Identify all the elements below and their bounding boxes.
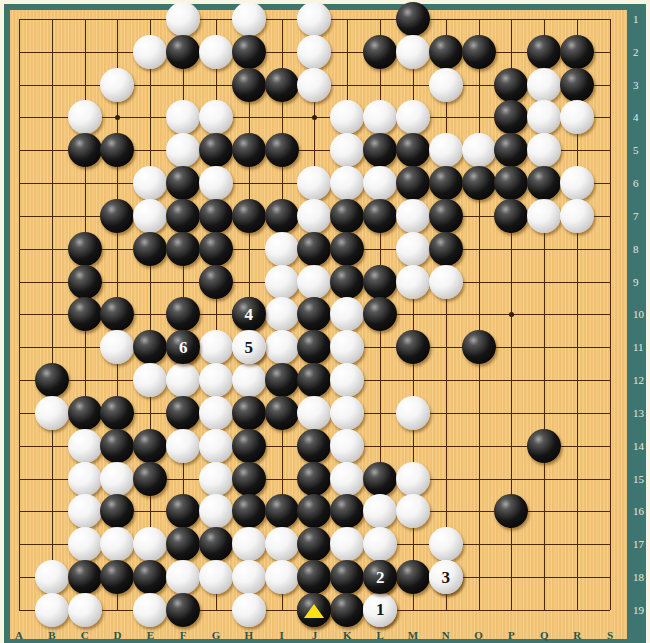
column-label: B: [48, 629, 55, 641]
white-stone: [166, 2, 200, 36]
white-stone: [199, 166, 233, 200]
column-label: S: [607, 629, 613, 641]
white-stone: [527, 68, 561, 102]
white-stone: [363, 100, 397, 134]
black-stone: [494, 199, 528, 233]
white-stone: [100, 68, 134, 102]
black-stone: [429, 166, 463, 200]
white-stone: [462, 133, 496, 167]
white-stone: [100, 527, 134, 561]
black-stone: [429, 232, 463, 266]
white-stone: [68, 462, 102, 496]
go-game-screenshot: 123456 ABCDEFGHIJKLMNOPQRS12345678910111…: [0, 0, 650, 643]
white-stone: [265, 560, 299, 594]
black-stone: [396, 166, 430, 200]
black-stone: [265, 133, 299, 167]
move-number-stone: 6: [166, 330, 200, 364]
black-stone: [166, 297, 200, 331]
black-stone: [396, 560, 430, 594]
white-stone: [330, 527, 364, 561]
black-stone: [363, 462, 397, 496]
row-label: 16: [633, 505, 644, 517]
white-stone: [199, 363, 233, 397]
row-label: 14: [633, 440, 644, 452]
black-stone: [462, 166, 496, 200]
column-label: E: [147, 629, 154, 641]
grid-line-vertical: [479, 19, 480, 610]
white-stone: [133, 35, 167, 69]
black-stone: [396, 2, 430, 36]
white-stone: [68, 494, 102, 528]
row-label: 5: [633, 144, 639, 156]
black-stone: [560, 68, 594, 102]
white-stone: [166, 133, 200, 167]
triangle-icon: [304, 604, 324, 618]
white-stone: [527, 100, 561, 134]
white-stone: [396, 100, 430, 134]
white-stone: [396, 494, 430, 528]
black-stone: [297, 560, 331, 594]
white-stone: [429, 68, 463, 102]
black-stone: [166, 35, 200, 69]
black-stone: [100, 494, 134, 528]
move-number-stone: 2: [363, 560, 397, 594]
black-stone: [297, 297, 331, 331]
white-stone: [133, 166, 167, 200]
black-stone: [232, 429, 266, 463]
white-stone: [232, 593, 266, 627]
white-stone: [100, 462, 134, 496]
row-label: 6: [633, 177, 639, 189]
black-stone: [363, 35, 397, 69]
column-label: D: [114, 629, 122, 641]
black-stone: [330, 494, 364, 528]
black-stone: [68, 560, 102, 594]
white-stone: [297, 35, 331, 69]
row-label: 2: [633, 46, 639, 58]
column-label: G: [212, 629, 221, 641]
white-stone: [35, 560, 69, 594]
black-stone: [330, 593, 364, 627]
black-stone: [232, 462, 266, 496]
black-stone: [100, 396, 134, 430]
white-stone: [396, 35, 430, 69]
white-stone: [297, 68, 331, 102]
black-stone: [166, 593, 200, 627]
black-stone: [265, 68, 299, 102]
white-stone: [68, 100, 102, 134]
column-label: Q: [540, 629, 549, 641]
column-label: L: [376, 629, 383, 641]
white-stone: [396, 462, 430, 496]
star-point: [509, 312, 514, 317]
black-stone: [166, 494, 200, 528]
white-stone: [297, 199, 331, 233]
white-stone: [330, 100, 364, 134]
white-stone: [330, 396, 364, 430]
black-stone: [494, 100, 528, 134]
white-stone: [560, 166, 594, 200]
white-stone: [396, 232, 430, 266]
column-label: R: [573, 629, 581, 641]
white-stone: [68, 527, 102, 561]
white-stone: [35, 593, 69, 627]
move-number-stone: 1: [363, 593, 397, 627]
black-stone: [232, 133, 266, 167]
black-stone: [133, 429, 167, 463]
move-number-label: 5: [245, 339, 254, 356]
white-stone: [363, 527, 397, 561]
black-stone: [232, 199, 266, 233]
white-stone: [429, 527, 463, 561]
row-label: 9: [633, 276, 639, 288]
white-stone: [199, 560, 233, 594]
black-stone: [396, 133, 430, 167]
black-stone: [133, 232, 167, 266]
black-stone: [494, 133, 528, 167]
black-stone: [429, 35, 463, 69]
row-label: 10: [633, 308, 644, 320]
black-stone: [133, 560, 167, 594]
black-stone: [363, 133, 397, 167]
row-label: 7: [633, 210, 639, 222]
grid-line-vertical: [446, 19, 447, 610]
row-label: 17: [633, 538, 644, 550]
black-stone: [68, 297, 102, 331]
white-stone: [199, 429, 233, 463]
white-stone: [527, 133, 561, 167]
black-stone: [396, 330, 430, 364]
white-stone: [363, 166, 397, 200]
black-stone: [232, 494, 266, 528]
black-stone: [265, 363, 299, 397]
white-stone: [330, 166, 364, 200]
grid-line-vertical: [610, 19, 611, 610]
row-label: 4: [633, 111, 639, 123]
black-stone: [35, 363, 69, 397]
white-stone: [330, 330, 364, 364]
last-move-triangle-marker: [297, 593, 331, 627]
black-stone: [100, 429, 134, 463]
column-label: K: [343, 629, 352, 641]
black-stone: [199, 527, 233, 561]
column-label: J: [312, 629, 318, 641]
black-stone: [527, 166, 561, 200]
white-stone: [199, 396, 233, 430]
white-stone: [68, 429, 102, 463]
column-label: P: [508, 629, 515, 641]
white-stone: [429, 265, 463, 299]
white-stone: [265, 232, 299, 266]
black-stone: [100, 133, 134, 167]
white-stone: [100, 330, 134, 364]
white-stone: [330, 297, 364, 331]
column-label: M: [408, 629, 418, 641]
black-stone: [330, 199, 364, 233]
black-stone: [133, 462, 167, 496]
column-label: N: [442, 629, 450, 641]
black-stone: [166, 232, 200, 266]
white-stone: [265, 330, 299, 364]
black-stone: [68, 396, 102, 430]
black-stone: [265, 396, 299, 430]
black-stone: [494, 68, 528, 102]
black-stone: [297, 232, 331, 266]
black-stone: [297, 363, 331, 397]
row-label: 8: [633, 243, 639, 255]
row-label: 18: [633, 571, 644, 583]
white-stone: [330, 133, 364, 167]
move-number-label: 2: [376, 569, 385, 586]
black-stone: [297, 330, 331, 364]
white-stone: [166, 363, 200, 397]
white-stone: [68, 593, 102, 627]
white-stone: [396, 265, 430, 299]
white-stone: [330, 462, 364, 496]
white-stone: [166, 560, 200, 594]
black-stone: [527, 429, 561, 463]
black-stone: [68, 265, 102, 299]
row-label: 15: [633, 473, 644, 485]
white-stone: [35, 396, 69, 430]
black-stone: [199, 265, 233, 299]
black-stone: [232, 396, 266, 430]
row-label: 3: [633, 79, 639, 91]
row-label: 1: [633, 13, 639, 25]
move-number-stone: 4: [232, 297, 266, 331]
black-stone: [462, 35, 496, 69]
black-stone: [68, 133, 102, 167]
black-stone: [330, 265, 364, 299]
white-stone: [133, 527, 167, 561]
white-stone: [166, 429, 200, 463]
black-stone: [133, 330, 167, 364]
black-stone: [527, 35, 561, 69]
white-stone: [166, 100, 200, 134]
black-stone: [363, 199, 397, 233]
black-stone: [166, 199, 200, 233]
row-label: 19: [633, 604, 644, 616]
move-number-label: 3: [442, 569, 451, 586]
black-stone: [68, 232, 102, 266]
move-number-label: 1: [376, 601, 385, 618]
white-stone: [265, 527, 299, 561]
black-stone: [297, 527, 331, 561]
white-stone: [232, 560, 266, 594]
column-label: F: [180, 629, 187, 641]
white-stone: [297, 166, 331, 200]
white-stone: [133, 363, 167, 397]
row-label: 12: [633, 374, 644, 386]
white-stone: [265, 265, 299, 299]
black-stone: [166, 396, 200, 430]
column-label: A: [15, 629, 23, 641]
black-stone: [100, 297, 134, 331]
white-stone: [297, 265, 331, 299]
black-stone: [494, 494, 528, 528]
column-label: C: [81, 629, 89, 641]
star-point: [312, 115, 317, 120]
black-stone: [330, 560, 364, 594]
move-number-stone: 5: [232, 330, 266, 364]
black-stone: [166, 527, 200, 561]
row-label: 13: [633, 407, 644, 419]
white-stone: [199, 35, 233, 69]
white-stone: [199, 100, 233, 134]
column-label: I: [279, 629, 283, 641]
black-stone: [166, 166, 200, 200]
white-stone: [396, 396, 430, 430]
white-stone: [396, 199, 430, 233]
white-stone: [232, 363, 266, 397]
white-stone: [232, 527, 266, 561]
black-stone: [265, 199, 299, 233]
white-stone: [297, 396, 331, 430]
black-stone: [462, 330, 496, 364]
black-stone: [265, 494, 299, 528]
black-stone: [560, 35, 594, 69]
go-board[interactable]: 123456: [10, 10, 627, 639]
white-stone: [330, 429, 364, 463]
black-stone: [100, 199, 134, 233]
black-stone: [232, 35, 266, 69]
column-label: O: [474, 629, 483, 641]
white-stone: [199, 494, 233, 528]
black-stone: [429, 199, 463, 233]
white-stone: [560, 100, 594, 134]
white-stone: [199, 462, 233, 496]
white-stone: [133, 199, 167, 233]
move-number-stone: 3: [429, 560, 463, 594]
white-stone: [232, 2, 266, 36]
black-stone: [199, 232, 233, 266]
black-stone: [199, 199, 233, 233]
star-point: [115, 115, 120, 120]
black-stone: [297, 494, 331, 528]
black-stone: [363, 297, 397, 331]
black-stone: [330, 232, 364, 266]
move-number-label: 6: [179, 339, 188, 356]
black-stone: [100, 560, 134, 594]
white-stone: [133, 593, 167, 627]
white-stone: [265, 297, 299, 331]
black-stone: [363, 265, 397, 299]
white-stone: [199, 330, 233, 364]
row-label: 11: [633, 341, 644, 353]
white-stone: [429, 133, 463, 167]
black-stone: [297, 462, 331, 496]
column-label: H: [245, 629, 254, 641]
white-stone: [330, 363, 364, 397]
white-stone: [527, 199, 561, 233]
black-stone: [297, 429, 331, 463]
white-stone: [297, 2, 331, 36]
white-stone: [560, 199, 594, 233]
black-stone: [232, 68, 266, 102]
black-stone: [199, 133, 233, 167]
move-number-label: 4: [245, 306, 254, 323]
white-stone: [363, 494, 397, 528]
black-stone: [494, 166, 528, 200]
